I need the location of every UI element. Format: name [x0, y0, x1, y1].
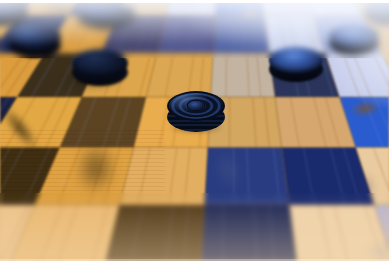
top-white-frame-bar — [0, 0, 389, 3]
checker-piece-black[interactable] — [9, 24, 61, 58]
checker-piece-black[interactable] — [364, 0, 389, 25]
checker-piece-black[interactable] — [72, 49, 128, 86]
wood-grain-line — [233, 15, 234, 53]
checker-piece-black[interactable] — [0, 0, 28, 26]
wood-grain-line — [226, 53, 227, 97]
checker-piece-black[interactable] — [167, 91, 225, 132]
piece-top — [269, 47, 323, 73]
board-square[interactable] — [201, 205, 299, 261]
wood-stain — [238, 9, 262, 18]
piece-top — [329, 24, 379, 48]
piece-top — [72, 49, 128, 77]
piece-top — [167, 91, 225, 121]
wood-stain — [56, 178, 72, 187]
board-square[interactable] — [157, 15, 215, 53]
checkers-board-photo — [0, 0, 389, 261]
checker-piece-black[interactable] — [77, 1, 135, 28]
piece-top — [77, 1, 135, 23]
piece-top — [9, 24, 61, 50]
checker-piece-black[interactable] — [269, 47, 323, 82]
checker-piece-black[interactable] — [329, 24, 379, 55]
